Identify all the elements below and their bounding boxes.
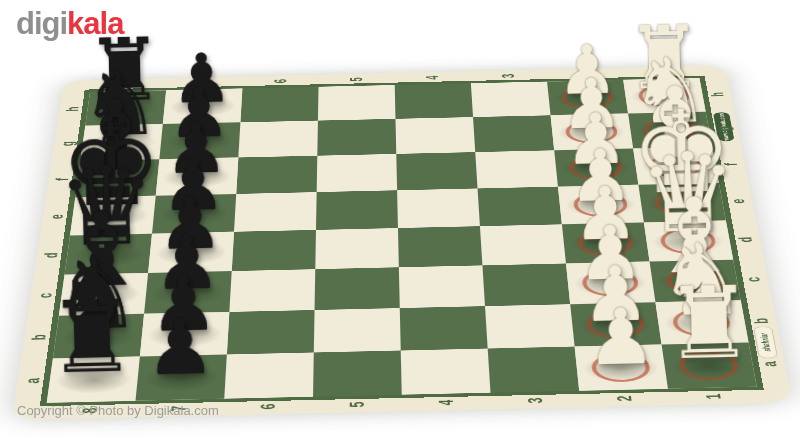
coordinate-label-b: b — [29, 334, 49, 340]
coordinate-label-3: 3 — [500, 74, 517, 78]
logo-text-red: kala — [67, 6, 123, 41]
square-h5 — [318, 85, 396, 121]
black-pawn-a7: ♟ — [145, 307, 216, 386]
square-c3 — [482, 263, 570, 306]
square-c5 — [315, 267, 400, 310]
coordinate-label-a: a — [760, 361, 780, 367]
square-b6 — [227, 310, 315, 354]
square-h6 — [240, 87, 318, 123]
square-h4 — [395, 83, 473, 119]
square-a4 — [401, 349, 491, 395]
coordinate-label-3: 3 — [526, 398, 546, 404]
coordinate-label-1: 1 — [704, 393, 724, 399]
square-g3 — [473, 115, 554, 152]
square-a6 — [224, 352, 314, 398]
digikala-logo: digikala — [16, 8, 123, 39]
coordinate-label-5: 5 — [348, 402, 368, 408]
coordinate-label-a: a — [23, 378, 43, 384]
square-a5 — [313, 351, 402, 397]
square-e3 — [478, 187, 562, 227]
square-g6 — [238, 121, 318, 158]
white-rook-a1: ♜ — [663, 274, 754, 375]
square-f3 — [475, 150, 558, 188]
coordinate-label-6: 6 — [258, 404, 278, 410]
square-a2: ♟ — [575, 345, 668, 391]
coordinate-label-5: 5 — [348, 77, 365, 81]
square-d5 — [315, 228, 399, 269]
square-e4 — [397, 188, 480, 228]
square-e6 — [234, 192, 317, 232]
square-b4 — [400, 306, 488, 350]
square-a3 — [488, 347, 580, 393]
square-a7: ♟ — [136, 354, 227, 400]
square-a1: ♜ — [662, 343, 757, 389]
chess-mat: ♜♟♟♜♞♟♟♞♝♟♟♝♚♟♟♚♛♟♟♛♝♟♟♝♞♟♟♞♜♟♟♜ www.dig… — [12, 65, 793, 420]
square-d3 — [480, 224, 566, 265]
coordinate-label-2: 2 — [615, 395, 635, 401]
square-g4 — [395, 117, 475, 154]
square-h3 — [471, 82, 551, 118]
square-b5 — [314, 308, 401, 352]
square-d6 — [232, 230, 316, 271]
coordinate-label-b: b — [751, 318, 771, 324]
square-c6 — [229, 269, 315, 312]
square-c4 — [399, 265, 485, 308]
black-rook-a8: ♜ — [46, 288, 137, 389]
product-photo: ♜♟♟♜♞♟♟♞♝♟♟♝♚♟♟♚♛♟♟♛♝♟♟♝♞♟♟♞♜♟♟♜ www.dig… — [0, 0, 800, 438]
square-f5 — [317, 154, 397, 192]
square-b3 — [485, 304, 575, 348]
square-g5 — [317, 119, 396, 156]
coordinate-label-6: 6 — [272, 79, 289, 83]
white-pawn-a2: ♟ — [585, 297, 656, 376]
logo-text-gray: digi — [16, 6, 67, 41]
square-d4 — [398, 226, 482, 267]
brand-badge-text: shahriar — [758, 333, 772, 352]
square-f4 — [396, 152, 477, 190]
square-f6 — [236, 156, 317, 194]
copyright-text: Copyright © Photo by Digikala.com — [17, 403, 219, 418]
coordinate-label-4: 4 — [437, 400, 457, 406]
chess-board: ♜♟♟♜♞♟♟♞♝♟♟♝♚♟♟♚♛♟♟♛♝♟♟♝♞♟♟♞♜♟♟♜ — [40, 76, 764, 407]
square-e5 — [316, 190, 398, 230]
coordinate-label-4: 4 — [424, 75, 441, 79]
square-a8: ♜ — [47, 356, 140, 402]
